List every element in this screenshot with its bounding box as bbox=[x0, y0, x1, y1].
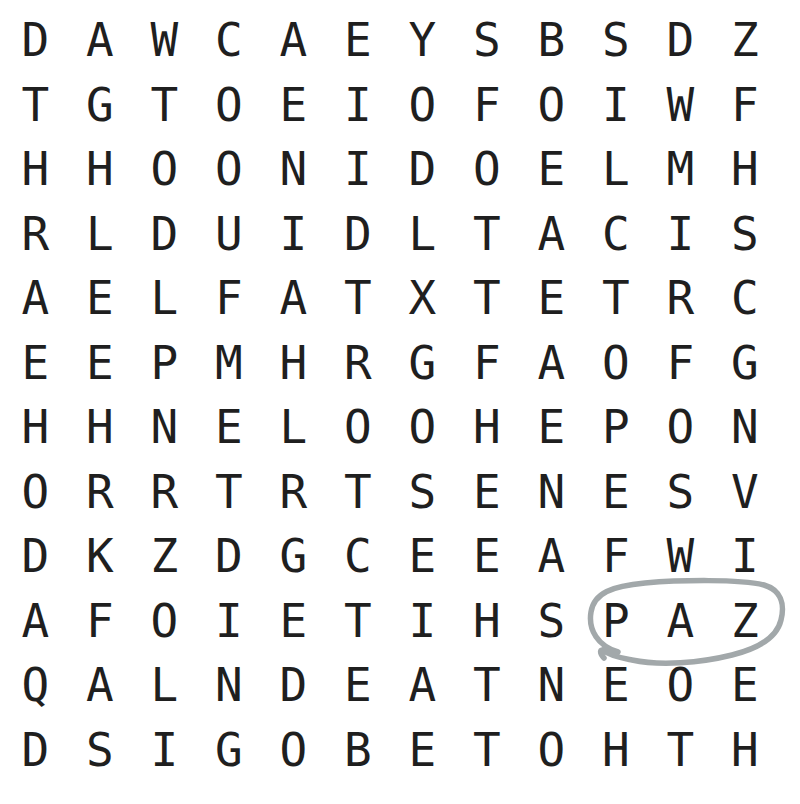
grid-cell[interactable]: L bbox=[390, 202, 455, 267]
grid-cell[interactable]: G bbox=[68, 73, 133, 138]
grid-cell[interactable]: I bbox=[326, 73, 391, 138]
grid-cell[interactable]: T bbox=[326, 460, 391, 525]
grid-cell[interactable]: I bbox=[261, 202, 326, 267]
grid-cell[interactable]: T bbox=[455, 266, 520, 331]
grid-cell[interactable]: W bbox=[648, 73, 713, 138]
grid-cell[interactable]: T bbox=[648, 718, 713, 783]
grid-cell[interactable]: O bbox=[132, 137, 197, 202]
grid-cell[interactable]: L bbox=[68, 202, 133, 267]
grid-cell[interactable]: A bbox=[3, 589, 68, 654]
grid-cell[interactable]: X bbox=[390, 266, 455, 331]
grid-cell[interactable]: O bbox=[519, 718, 584, 783]
grid-cell[interactable]: E bbox=[584, 460, 649, 525]
grid-cell[interactable]: D bbox=[3, 718, 68, 783]
grid-cell[interactable]: T bbox=[455, 718, 520, 783]
grid-cell[interactable]: N bbox=[519, 460, 584, 525]
grid-cell[interactable]: A bbox=[519, 331, 584, 396]
grid-cell[interactable]: P bbox=[132, 331, 197, 396]
grid-cell[interactable]: E bbox=[519, 395, 584, 460]
grid-cell[interactable]: A bbox=[519, 202, 584, 267]
grid-cell[interactable]: T bbox=[132, 73, 197, 138]
grid-cell[interactable]: A bbox=[390, 653, 455, 718]
grid-cell[interactable]: I bbox=[584, 73, 649, 138]
grid-cell[interactable]: N bbox=[261, 137, 326, 202]
grid-cell[interactable]: Z bbox=[713, 589, 778, 654]
grid-cell[interactable]: M bbox=[648, 137, 713, 202]
grid-cell[interactable]: H bbox=[3, 137, 68, 202]
grid-cell[interactable]: T bbox=[326, 589, 391, 654]
grid-cell[interactable]: E bbox=[455, 524, 520, 589]
grid-cell[interactable]: P bbox=[584, 589, 649, 654]
grid-cell[interactable]: E bbox=[390, 524, 455, 589]
grid-cell[interactable]: Z bbox=[132, 524, 197, 589]
grid-cell[interactable]: G bbox=[261, 524, 326, 589]
grid-cell[interactable]: E bbox=[326, 8, 391, 73]
grid-cell[interactable]: H bbox=[713, 718, 778, 783]
grid-cell[interactable]: F bbox=[455, 73, 520, 138]
grid-cell[interactable]: L bbox=[261, 395, 326, 460]
grid-cell[interactable]: L bbox=[132, 266, 197, 331]
grid-cell[interactable]: O bbox=[261, 718, 326, 783]
grid-cell[interactable]: O bbox=[3, 460, 68, 525]
word-search-board: DAWCAEYSBSDZTGTOEIOFOIWFHHOONIDOELMHRLDU… bbox=[0, 0, 800, 804]
grid-cell[interactable]: O bbox=[519, 73, 584, 138]
grid-cell[interactable]: F bbox=[68, 589, 133, 654]
grid-cell[interactable]: U bbox=[197, 202, 262, 267]
grid-cell[interactable]: A bbox=[68, 8, 133, 73]
grid-cell[interactable]: G bbox=[713, 331, 778, 396]
grid-cell[interactable]: H bbox=[584, 718, 649, 783]
grid-cell[interactable]: E bbox=[390, 718, 455, 783]
grid-cell[interactable]: M bbox=[197, 331, 262, 396]
grid-cell[interactable]: E bbox=[713, 653, 778, 718]
grid-cell[interactable]: E bbox=[68, 331, 133, 396]
grid-cell[interactable]: T bbox=[197, 460, 262, 525]
grid-cell[interactable]: E bbox=[197, 395, 262, 460]
grid-cell[interactable]: H bbox=[713, 137, 778, 202]
grid-cell[interactable]: O bbox=[132, 589, 197, 654]
grid-cell[interactable]: S bbox=[519, 589, 584, 654]
grid-cell[interactable]: A bbox=[3, 266, 68, 331]
grid-cell[interactable]: Y bbox=[390, 8, 455, 73]
grid-cell[interactable]: T bbox=[584, 266, 649, 331]
grid-cell[interactable]: E bbox=[519, 137, 584, 202]
grid-cell[interactable]: B bbox=[326, 718, 391, 783]
grid-cell[interactable]: T bbox=[326, 266, 391, 331]
grid-cell[interactable]: I bbox=[197, 589, 262, 654]
grid-cell[interactable]: N bbox=[519, 653, 584, 718]
grid-cell[interactable]: G bbox=[197, 718, 262, 783]
grid-cell[interactable]: O bbox=[648, 395, 713, 460]
grid-cell[interactable]: E bbox=[261, 73, 326, 138]
grid-cell[interactable]: H bbox=[261, 331, 326, 396]
grid-cell[interactable]: I bbox=[390, 589, 455, 654]
grid-cell[interactable]: I bbox=[648, 202, 713, 267]
grid-cell[interactable]: E bbox=[3, 331, 68, 396]
grid-cell[interactable]: D bbox=[3, 8, 68, 73]
grid-cell[interactable]: S bbox=[584, 8, 649, 73]
grid-cell[interactable]: E bbox=[68, 266, 133, 331]
grid-cell[interactable]: V bbox=[713, 460, 778, 525]
grid-cell[interactable]: O bbox=[584, 331, 649, 396]
grid-cell[interactable]: D bbox=[132, 202, 197, 267]
grid-cell[interactable]: N bbox=[132, 395, 197, 460]
letter-grid: DAWCAEYSBSDZTGTOEIOFOIWFHHOONIDOELMHRLDU… bbox=[3, 8, 777, 782]
grid-cell[interactable]: C bbox=[713, 266, 778, 331]
grid-cell[interactable]: K bbox=[68, 524, 133, 589]
grid-cell[interactable]: T bbox=[455, 202, 520, 267]
grid-cell[interactable]: F bbox=[648, 331, 713, 396]
grid-cell[interactable]: A bbox=[648, 589, 713, 654]
grid-cell[interactable]: C bbox=[197, 8, 262, 73]
grid-cell[interactable]: O bbox=[197, 73, 262, 138]
grid-cell[interactable]: O bbox=[197, 137, 262, 202]
grid-cell[interactable]: O bbox=[390, 73, 455, 138]
grid-cell[interactable]: T bbox=[455, 653, 520, 718]
grid-cell[interactable]: E bbox=[519, 266, 584, 331]
grid-cell[interactable]: E bbox=[326, 653, 391, 718]
grid-cell[interactable]: S bbox=[648, 460, 713, 525]
grid-cell[interactable]: R bbox=[132, 460, 197, 525]
grid-cell[interactable]: E bbox=[261, 589, 326, 654]
grid-cell[interactable]: R bbox=[3, 202, 68, 267]
grid-cell[interactable]: F bbox=[713, 73, 778, 138]
grid-cell[interactable]: O bbox=[648, 653, 713, 718]
grid-cell[interactable]: F bbox=[197, 266, 262, 331]
grid-cell[interactable]: I bbox=[132, 718, 197, 783]
grid-cell[interactable]: E bbox=[455, 460, 520, 525]
grid-cell[interactable]: N bbox=[713, 395, 778, 460]
grid-cell[interactable]: S bbox=[68, 718, 133, 783]
grid-cell[interactable]: Z bbox=[713, 8, 778, 73]
grid-cell[interactable]: R bbox=[68, 460, 133, 525]
grid-cell[interactable]: D bbox=[326, 202, 391, 267]
grid-cell[interactable]: C bbox=[584, 202, 649, 267]
grid-cell[interactable]: L bbox=[132, 653, 197, 718]
grid-cell[interactable]: Q bbox=[3, 653, 68, 718]
grid-cell[interactable]: A bbox=[519, 524, 584, 589]
grid-cell[interactable]: G bbox=[390, 331, 455, 396]
grid-cell[interactable]: R bbox=[326, 331, 391, 396]
grid-cell[interactable]: D bbox=[197, 524, 262, 589]
grid-cell[interactable]: H bbox=[68, 137, 133, 202]
grid-cell[interactable]: R bbox=[261, 460, 326, 525]
grid-cell[interactable]: A bbox=[68, 653, 133, 718]
grid-cell[interactable]: D bbox=[648, 8, 713, 73]
grid-cell[interactable]: I bbox=[326, 137, 391, 202]
grid-cell[interactable]: I bbox=[713, 524, 778, 589]
grid-cell[interactable]: W bbox=[132, 8, 197, 73]
grid-cell[interactable]: O bbox=[390, 395, 455, 460]
grid-cell[interactable]: O bbox=[455, 137, 520, 202]
grid-cell[interactable]: B bbox=[519, 8, 584, 73]
grid-cell[interactable]: H bbox=[3, 395, 68, 460]
grid-cell[interactable]: W bbox=[648, 524, 713, 589]
grid-cell[interactable]: E bbox=[584, 653, 649, 718]
grid-cell[interactable]: S bbox=[455, 8, 520, 73]
grid-cell[interactable]: D bbox=[261, 653, 326, 718]
grid-cell[interactable]: P bbox=[584, 395, 649, 460]
grid-cell[interactable]: F bbox=[455, 331, 520, 396]
grid-cell[interactable]: T bbox=[3, 73, 68, 138]
grid-cell[interactable]: N bbox=[197, 653, 262, 718]
grid-cell[interactable]: F bbox=[584, 524, 649, 589]
grid-cell[interactable]: D bbox=[3, 524, 68, 589]
grid-cell[interactable]: A bbox=[261, 266, 326, 331]
grid-cell[interactable]: S bbox=[713, 202, 778, 267]
grid-cell[interactable]: O bbox=[326, 395, 391, 460]
grid-cell[interactable]: A bbox=[261, 8, 326, 73]
grid-cell[interactable]: H bbox=[68, 395, 133, 460]
grid-cell[interactable]: H bbox=[455, 589, 520, 654]
grid-cell[interactable]: H bbox=[455, 395, 520, 460]
grid-cell[interactable]: R bbox=[648, 266, 713, 331]
grid-cell[interactable]: L bbox=[584, 137, 649, 202]
grid-cell[interactable]: S bbox=[390, 460, 455, 525]
grid-cell[interactable]: C bbox=[326, 524, 391, 589]
grid-cell[interactable]: D bbox=[390, 137, 455, 202]
